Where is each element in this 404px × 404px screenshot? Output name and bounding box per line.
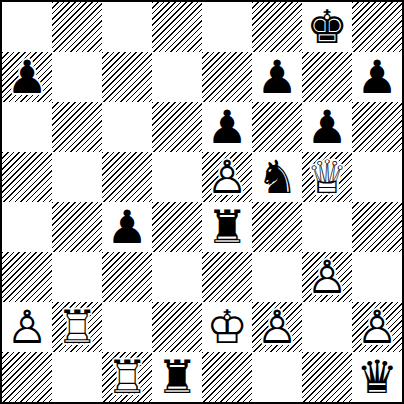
square-c5[interactable] [102, 152, 152, 202]
square-a3[interactable] [2, 252, 52, 302]
square-b8[interactable] [52, 2, 102, 52]
square-g3[interactable]: ♟♙ [302, 252, 352, 302]
square-g7[interactable] [302, 52, 352, 102]
black-king-g8[interactable]: ♚♚ [302, 2, 352, 52]
square-b7[interactable] [52, 52, 102, 102]
square-a8[interactable] [2, 2, 52, 52]
square-g4[interactable] [302, 202, 352, 252]
square-f7[interactable]: ♟♟ [252, 52, 302, 102]
black-rook-d1[interactable]: ♜♜ [152, 352, 202, 402]
square-h5[interactable] [352, 152, 402, 202]
white-pawn-a2[interactable]: ♟♙ [2, 302, 52, 352]
square-a6[interactable] [2, 102, 52, 152]
white-pawn-icon: ♙ [256, 302, 297, 352]
black-pawn-c4[interactable]: ♟♟ [102, 202, 152, 252]
square-c4[interactable]: ♟♟ [102, 202, 152, 252]
square-d3[interactable] [152, 252, 202, 302]
square-h2[interactable]: ♟♙ [352, 302, 402, 352]
square-g5[interactable]: ♛♕ [302, 152, 352, 202]
black-knight-icon: ♞ [256, 152, 297, 202]
white-rook-b2[interactable]: ♜♖ [52, 302, 102, 352]
square-a5[interactable] [2, 152, 52, 202]
square-c2[interactable] [102, 302, 152, 352]
square-a1[interactable] [2, 352, 52, 402]
square-f2[interactable]: ♟♙ [252, 302, 302, 352]
black-pawn-icon: ♟ [306, 102, 347, 152]
white-pawn-icon: ♙ [206, 152, 247, 202]
square-g6[interactable]: ♟♟ [302, 102, 352, 152]
square-h8[interactable] [352, 2, 402, 52]
square-f3[interactable] [252, 252, 302, 302]
white-rook-icon: ♖ [56, 302, 97, 352]
square-d1[interactable]: ♜♜ [152, 352, 202, 402]
black-pawn-h7[interactable]: ♟♟ [352, 52, 402, 102]
chess-board: ♚♚♟♟♟♟♟♟♟♟♟♟♟♙♞♞♛♕♟♟♜♜♟♙♟♙♜♖♚♔♟♙♟♙♜♖♜♜♛♛ [0, 0, 404, 404]
square-b6[interactable] [52, 102, 102, 152]
square-a7[interactable]: ♟♟ [2, 52, 52, 102]
square-f5[interactable]: ♞♞ [252, 152, 302, 202]
white-pawn-icon: ♙ [356, 302, 397, 352]
black-pawn-icon: ♟ [206, 102, 247, 152]
black-pawn-f7[interactable]: ♟♟ [252, 52, 302, 102]
square-e2[interactable]: ♚♔ [202, 302, 252, 352]
white-pawn-g3[interactable]: ♟♙ [302, 252, 352, 302]
white-rook-c1[interactable]: ♜♖ [102, 352, 152, 402]
white-king-icon: ♔ [206, 302, 247, 352]
square-h6[interactable] [352, 102, 402, 152]
square-e3[interactable] [202, 252, 252, 302]
square-a2[interactable]: ♟♙ [2, 302, 52, 352]
white-pawn-icon: ♙ [6, 302, 47, 352]
black-knight-f5[interactable]: ♞♞ [252, 152, 302, 202]
square-c7[interactable] [102, 52, 152, 102]
square-b1[interactable] [52, 352, 102, 402]
square-b3[interactable] [52, 252, 102, 302]
square-b4[interactable] [52, 202, 102, 252]
square-e8[interactable] [202, 2, 252, 52]
white-pawn-h2[interactable]: ♟♙ [352, 302, 402, 352]
square-h7[interactable]: ♟♟ [352, 52, 402, 102]
square-f6[interactable] [252, 102, 302, 152]
black-pawn-e6[interactable]: ♟♟ [202, 102, 252, 152]
black-queen-icon: ♛ [356, 352, 397, 402]
black-rook-e4[interactable]: ♜♜ [202, 202, 252, 252]
white-pawn-icon: ♙ [306, 252, 347, 302]
square-f8[interactable] [252, 2, 302, 52]
black-queen-h1[interactable]: ♛♛ [352, 352, 402, 402]
black-pawn-icon: ♟ [106, 202, 147, 252]
square-c8[interactable] [102, 2, 152, 52]
square-h3[interactable] [352, 252, 402, 302]
square-e4[interactable]: ♜♜ [202, 202, 252, 252]
square-e1[interactable] [202, 352, 252, 402]
square-d4[interactable] [152, 202, 202, 252]
black-pawn-icon: ♟ [256, 52, 297, 102]
black-pawn-icon: ♟ [356, 52, 397, 102]
square-d6[interactable] [152, 102, 202, 152]
white-queen-g5[interactable]: ♛♕ [302, 152, 352, 202]
square-g1[interactable] [302, 352, 352, 402]
square-g8[interactable]: ♚♚ [302, 2, 352, 52]
black-king-icon: ♚ [306, 2, 347, 52]
chess-diagram: ♚♚♟♟♟♟♟♟♟♟♟♟♟♙♞♞♛♕♟♟♜♜♟♙♟♙♜♖♚♔♟♙♟♙♜♖♜♜♛♛ [0, 0, 404, 404]
square-e5[interactable]: ♟♙ [202, 152, 252, 202]
square-h4[interactable] [352, 202, 402, 252]
black-pawn-g6[interactable]: ♟♟ [302, 102, 352, 152]
black-rook-icon: ♜ [206, 202, 247, 252]
square-e7[interactable] [202, 52, 252, 102]
black-pawn-a7[interactable]: ♟♟ [2, 52, 52, 102]
white-pawn-e5[interactable]: ♟♙ [202, 152, 252, 202]
square-g2[interactable] [302, 302, 352, 352]
square-c6[interactable] [102, 102, 152, 152]
square-b5[interactable] [52, 152, 102, 202]
white-queen-icon: ♕ [306, 152, 347, 202]
square-c1[interactable]: ♜♖ [102, 352, 152, 402]
square-d5[interactable] [152, 152, 202, 202]
white-king-e2[interactable]: ♚♔ [202, 302, 252, 352]
square-b2[interactable]: ♜♖ [52, 302, 102, 352]
square-d7[interactable] [152, 52, 202, 102]
square-f1[interactable] [252, 352, 302, 402]
black-pawn-icon: ♟ [6, 52, 47, 102]
square-c3[interactable] [102, 252, 152, 302]
square-f4[interactable] [252, 202, 302, 252]
square-a4[interactable] [2, 202, 52, 252]
white-rook-icon: ♖ [106, 352, 147, 402]
black-rook-icon: ♜ [156, 352, 197, 402]
square-h1[interactable]: ♛♛ [352, 352, 402, 402]
square-d2[interactable] [152, 302, 202, 352]
white-pawn-f2[interactable]: ♟♙ [252, 302, 302, 352]
square-e6[interactable]: ♟♟ [202, 102, 252, 152]
square-d8[interactable] [152, 2, 202, 52]
